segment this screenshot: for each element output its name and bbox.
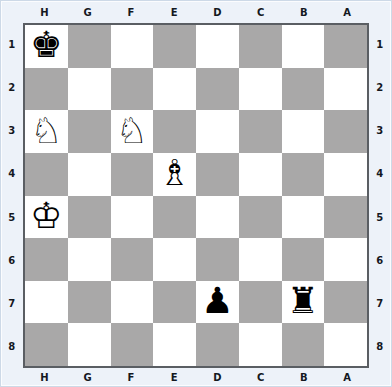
square-b3[interactable] <box>282 110 325 153</box>
square-d7[interactable]: ♟ <box>196 281 239 324</box>
square-f4[interactable] <box>111 153 154 196</box>
square-f8[interactable] <box>111 323 154 366</box>
square-d8[interactable] <box>196 323 239 366</box>
square-a1[interactable] <box>324 25 367 68</box>
square-a3[interactable] <box>324 110 367 153</box>
rank-label-left-7: 7 <box>1 282 23 325</box>
square-a7[interactable] <box>324 281 367 324</box>
rank-label-left-8: 8 <box>1 325 23 368</box>
square-d4[interactable] <box>196 153 239 196</box>
square-h4[interactable] <box>25 153 68 196</box>
piece-black-pawn-d7[interactable]: ♟ <box>201 283 233 319</box>
square-e4[interactable]: ♗ <box>153 153 196 196</box>
square-c1[interactable] <box>239 25 282 68</box>
square-e8[interactable] <box>153 323 196 366</box>
file-label-top-e: E <box>153 1 196 23</box>
file-label-bottom-e: E <box>153 368 196 386</box>
square-d2[interactable] <box>196 68 239 111</box>
file-label-top-b: B <box>283 1 326 23</box>
square-e5[interactable] <box>153 196 196 239</box>
square-b1[interactable] <box>282 25 325 68</box>
square-c5[interactable] <box>239 196 282 239</box>
rank-label-right-8: 8 <box>369 325 391 368</box>
square-d1[interactable] <box>196 25 239 68</box>
square-b2[interactable] <box>282 68 325 111</box>
square-b7[interactable]: ♜ <box>282 281 325 324</box>
rank-labels-right: 12345678 <box>369 23 391 368</box>
square-h5[interactable]: ♔ <box>25 196 68 239</box>
square-e7[interactable] <box>153 281 196 324</box>
file-label-top-d: D <box>196 1 239 23</box>
file-label-top-g: G <box>66 1 109 23</box>
square-g2[interactable] <box>68 68 111 111</box>
square-c2[interactable] <box>239 68 282 111</box>
rank-label-right-1: 1 <box>369 23 391 66</box>
square-b8[interactable] <box>282 323 325 366</box>
square-h2[interactable] <box>25 68 68 111</box>
square-f5[interactable] <box>111 196 154 239</box>
square-f6[interactable] <box>111 238 154 281</box>
square-h8[interactable] <box>25 323 68 366</box>
square-b5[interactable] <box>282 196 325 239</box>
square-b6[interactable] <box>282 238 325 281</box>
square-d5[interactable] <box>196 196 239 239</box>
file-label-bottom-b: B <box>283 368 326 386</box>
square-d6[interactable] <box>196 238 239 281</box>
square-f2[interactable] <box>111 68 154 111</box>
rank-label-right-6: 6 <box>369 239 391 282</box>
piece-white-knight-h3[interactable]: ♘ <box>30 113 62 149</box>
file-label-top-a: A <box>326 1 369 23</box>
file-labels-top: HGFEDCBA <box>23 1 369 23</box>
rank-label-right-3: 3 <box>369 109 391 152</box>
square-h1[interactable]: ♚ <box>25 25 68 68</box>
square-h6[interactable] <box>25 238 68 281</box>
piece-black-king-h1[interactable]: ♚ <box>30 27 62 63</box>
square-g6[interactable] <box>68 238 111 281</box>
square-g4[interactable] <box>68 153 111 196</box>
square-h7[interactable] <box>25 281 68 324</box>
rank-label-left-2: 2 <box>1 66 23 109</box>
file-label-top-h: H <box>23 1 66 23</box>
file-label-top-f: F <box>110 1 153 23</box>
square-h3[interactable]: ♘ <box>25 110 68 153</box>
rank-label-left-6: 6 <box>1 239 23 282</box>
file-label-top-c: C <box>239 1 282 23</box>
square-a8[interactable] <box>324 323 367 366</box>
square-f3[interactable]: ♘ <box>111 110 154 153</box>
square-c8[interactable] <box>239 323 282 366</box>
file-label-bottom-c: C <box>239 368 282 386</box>
square-c4[interactable] <box>239 153 282 196</box>
file-label-bottom-f: F <box>110 368 153 386</box>
file-label-bottom-d: D <box>196 368 239 386</box>
square-g3[interactable] <box>68 110 111 153</box>
square-e3[interactable] <box>153 110 196 153</box>
piece-white-king-h5[interactable]: ♔ <box>30 198 62 234</box>
square-a6[interactable] <box>324 238 367 281</box>
square-c3[interactable] <box>239 110 282 153</box>
rank-label-left-4: 4 <box>1 152 23 195</box>
piece-white-knight-f3[interactable]: ♘ <box>116 113 148 149</box>
square-d3[interactable] <box>196 110 239 153</box>
rank-label-right-4: 4 <box>369 152 391 195</box>
file-label-bottom-h: H <box>23 368 66 386</box>
rank-label-left-3: 3 <box>1 109 23 152</box>
rank-label-left-1: 1 <box>1 23 23 66</box>
chess-board: ♚♘♘♗♔♟♜ <box>23 23 369 368</box>
file-label-bottom-g: G <box>66 368 109 386</box>
file-label-bottom-a: A <box>326 368 369 386</box>
square-g5[interactable] <box>68 196 111 239</box>
chess-diagram: HGFEDCBA HGFEDCBA 12345678 12345678 ♚♘♘♗… <box>0 0 392 387</box>
square-g7[interactable] <box>68 281 111 324</box>
square-c7[interactable] <box>239 281 282 324</box>
rank-label-right-2: 2 <box>369 66 391 109</box>
piece-white-bishop-e4[interactable]: ♗ <box>158 155 190 191</box>
square-f1[interactable] <box>111 25 154 68</box>
rank-label-left-5: 5 <box>1 196 23 239</box>
file-labels-bottom: HGFEDCBA <box>23 368 369 386</box>
square-e1[interactable] <box>153 25 196 68</box>
square-a2[interactable] <box>324 68 367 111</box>
square-f7[interactable] <box>111 281 154 324</box>
square-c6[interactable] <box>239 238 282 281</box>
rank-labels-left: 12345678 <box>1 23 23 368</box>
square-g8[interactable] <box>68 323 111 366</box>
piece-black-rook-b7[interactable]: ♜ <box>287 283 319 319</box>
square-e6[interactable] <box>153 238 196 281</box>
square-a5[interactable] <box>324 196 367 239</box>
rank-label-right-5: 5 <box>369 196 391 239</box>
rank-label-right-7: 7 <box>369 282 391 325</box>
square-g1[interactable] <box>68 25 111 68</box>
square-a4[interactable] <box>324 153 367 196</box>
square-b4[interactable] <box>282 153 325 196</box>
square-e2[interactable] <box>153 68 196 111</box>
